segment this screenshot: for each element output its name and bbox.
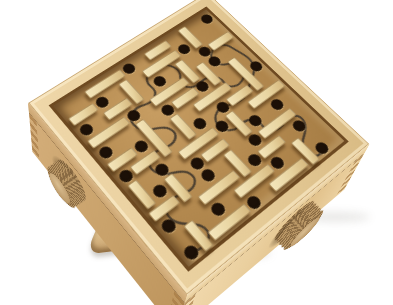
maze-wall: [256, 135, 285, 159]
maze-wall: [177, 127, 219, 160]
maze-hole: [245, 132, 263, 148]
maze-wall: [170, 87, 199, 109]
scene: [0, 0, 393, 305]
maze-hole: [246, 113, 264, 128]
maze-wall: [126, 179, 155, 209]
maze-wall: [224, 110, 252, 137]
maze-hole: [190, 116, 208, 131]
maze-hole: [193, 79, 210, 93]
maze-hole: [187, 155, 205, 172]
maze-hole: [268, 97, 285, 112]
tray-frame: [28, 0, 369, 295]
finger-joints: [29, 113, 39, 160]
maze-wall: [148, 77, 189, 107]
maze-hole: [290, 118, 308, 133]
maze-hole: [212, 118, 230, 133]
maze-wall: [183, 219, 214, 251]
finger-joints: [167, 291, 185, 305]
maze-wall: [197, 170, 240, 205]
maze-wall: [163, 173, 192, 203]
maze-hole: [198, 167, 216, 184]
maze-hole: [208, 200, 227, 218]
maze-wall: [106, 147, 138, 172]
maze-hole: [96, 144, 114, 160]
maze-wall: [222, 149, 251, 177]
labyrinth-photo: [0, 0, 393, 305]
maze-wall: [206, 203, 250, 241]
maze-hole: [158, 103, 175, 118]
maze-hole: [93, 95, 110, 110]
maze-wall: [129, 150, 160, 175]
maze-wall: [290, 137, 319, 165]
maze-hole: [267, 155, 285, 171]
maze-hole: [181, 243, 201, 262]
maze-hole: [245, 152, 263, 168]
maze-hole: [152, 161, 170, 178]
maze-hole: [124, 108, 142, 123]
maze-hole: [158, 217, 177, 235]
maze-wall: [102, 97, 132, 120]
maze-wall: [199, 138, 229, 162]
maze-wall: [168, 113, 196, 140]
maze-wall: [117, 79, 143, 104]
maze-wall: [257, 108, 296, 139]
maze-tray: [28, 0, 369, 295]
maze-hole: [213, 100, 230, 115]
maze-hole: [312, 140, 330, 156]
maze-wall: [267, 157, 308, 191]
maze-wall: [83, 69, 125, 99]
maze-wall: [232, 164, 274, 199]
maze-wall: [192, 82, 232, 112]
maze-hole: [116, 167, 135, 184]
maze-wall: [86, 116, 130, 148]
maze-wall: [134, 119, 172, 158]
maze-hole: [150, 182, 169, 199]
maze-wall: [67, 103, 98, 126]
maze-wall: [147, 195, 179, 222]
maze-hole: [77, 122, 95, 138]
maze-hole: [151, 74, 168, 88]
maze-hole: [132, 138, 150, 154]
maze-wall: [225, 84, 253, 106]
maze-wall: [246, 79, 285, 109]
maze-hole: [244, 194, 263, 212]
